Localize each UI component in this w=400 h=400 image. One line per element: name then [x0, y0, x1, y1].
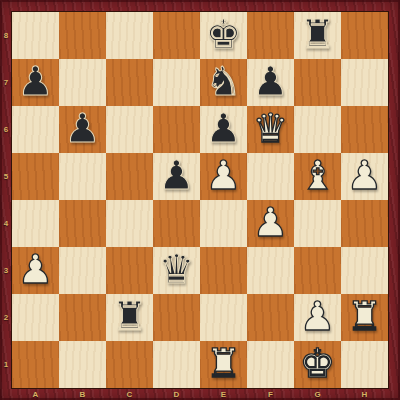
- rank-label-4: 4: [4, 200, 8, 247]
- black-queen-icon[interactable]: ♛: [159, 247, 195, 293]
- black-rook-icon[interactable]: ♜: [300, 12, 336, 58]
- square-g5[interactable]: ♝: [294, 153, 341, 200]
- white-pawn-icon[interactable]: ♟: [300, 294, 336, 340]
- rank-label-2: 2: [4, 294, 8, 341]
- square-g8[interactable]: ♜: [294, 12, 341, 59]
- square-c3[interactable]: [106, 247, 153, 294]
- square-e6[interactable]: ♟: [200, 106, 247, 153]
- rank-label-6: 6: [4, 106, 8, 153]
- file-label-h: H: [341, 390, 388, 399]
- square-d2[interactable]: [153, 294, 200, 341]
- square-d3[interactable]: ♛: [153, 247, 200, 294]
- white-pawn-icon[interactable]: ♟: [206, 153, 242, 199]
- square-d8[interactable]: [153, 12, 200, 59]
- square-c8[interactable]: [106, 12, 153, 59]
- square-a3[interactable]: ♟: [12, 247, 59, 294]
- square-h1[interactable]: [341, 341, 388, 388]
- black-knight-icon[interactable]: ♞: [206, 59, 242, 105]
- file-label-f: F: [247, 390, 294, 399]
- square-f5[interactable]: [247, 153, 294, 200]
- black-pawn-icon[interactable]: ♟: [65, 106, 101, 152]
- white-queen-icon[interactable]: ♛: [253, 106, 289, 152]
- square-c7[interactable]: [106, 59, 153, 106]
- square-a5[interactable]: [12, 153, 59, 200]
- square-h4[interactable]: [341, 200, 388, 247]
- square-f1[interactable]: [247, 341, 294, 388]
- square-e8[interactable]: ♚: [200, 12, 247, 59]
- square-d4[interactable]: [153, 200, 200, 247]
- square-h2[interactable]: ♜: [341, 294, 388, 341]
- black-pawn-icon[interactable]: ♟: [206, 106, 242, 152]
- square-a7[interactable]: ♟: [12, 59, 59, 106]
- file-label-c: C: [106, 390, 153, 399]
- black-pawn-icon[interactable]: ♟: [253, 59, 289, 105]
- file-label-g: G: [294, 390, 341, 399]
- square-d7[interactable]: [153, 59, 200, 106]
- square-b1[interactable]: [59, 341, 106, 388]
- black-king-icon[interactable]: ♚: [206, 12, 242, 58]
- square-h3[interactable]: [341, 247, 388, 294]
- square-b7[interactable]: [59, 59, 106, 106]
- rank-label-8: 8: [4, 12, 8, 59]
- square-d6[interactable]: [153, 106, 200, 153]
- file-label-e: E: [200, 390, 247, 399]
- black-pawn-icon[interactable]: ♟: [159, 153, 195, 199]
- square-b6[interactable]: ♟: [59, 106, 106, 153]
- rank-label-3: 3: [4, 247, 8, 294]
- square-a2[interactable]: [12, 294, 59, 341]
- square-e5[interactable]: ♟: [200, 153, 247, 200]
- square-b2[interactable]: [59, 294, 106, 341]
- square-g6[interactable]: [294, 106, 341, 153]
- square-g7[interactable]: [294, 59, 341, 106]
- chess-board: ♚♜♟♞♟♟♟♛♟♟♝♟♟♟♛♜♟♜♜♚: [12, 12, 388, 388]
- square-f8[interactable]: [247, 12, 294, 59]
- square-c5[interactable]: [106, 153, 153, 200]
- square-h6[interactable]: [341, 106, 388, 153]
- file-label-b: B: [59, 390, 106, 399]
- square-c6[interactable]: [106, 106, 153, 153]
- square-d1[interactable]: [153, 341, 200, 388]
- file-label-d: D: [153, 390, 200, 399]
- square-f7[interactable]: ♟: [247, 59, 294, 106]
- square-e1[interactable]: ♜: [200, 341, 247, 388]
- square-c1[interactable]: [106, 341, 153, 388]
- square-g1[interactable]: ♚: [294, 341, 341, 388]
- square-g3[interactable]: [294, 247, 341, 294]
- square-b8[interactable]: [59, 12, 106, 59]
- rank-labels: 87654321: [0, 12, 12, 388]
- file-label-a: A: [12, 390, 59, 399]
- white-pawn-icon[interactable]: ♟: [18, 247, 54, 293]
- square-f4[interactable]: ♟: [247, 200, 294, 247]
- square-c2[interactable]: ♜: [106, 294, 153, 341]
- square-b3[interactable]: [59, 247, 106, 294]
- file-labels: ABCDEFGH: [12, 388, 388, 400]
- rank-label-1: 1: [4, 341, 8, 388]
- square-f2[interactable]: [247, 294, 294, 341]
- chess-board-frame: 87654321 ABCDEFGH ♚♜♟♞♟♟♟♛♟♟♝♟♟♟♛♜♟♜♜♚: [0, 0, 400, 400]
- square-b4[interactable]: [59, 200, 106, 247]
- square-h7[interactable]: [341, 59, 388, 106]
- square-a8[interactable]: [12, 12, 59, 59]
- square-e3[interactable]: [200, 247, 247, 294]
- black-pawn-icon[interactable]: ♟: [18, 59, 54, 105]
- rank-label-5: 5: [4, 153, 8, 200]
- white-rook-icon[interactable]: ♜: [206, 341, 242, 387]
- white-pawn-icon[interactable]: ♟: [253, 200, 289, 246]
- white-bishop-icon[interactable]: ♝: [300, 153, 336, 199]
- square-h8[interactable]: [341, 12, 388, 59]
- rank-label-7: 7: [4, 59, 8, 106]
- black-rook-icon[interactable]: ♜: [112, 294, 148, 340]
- square-f3[interactable]: [247, 247, 294, 294]
- square-h5[interactable]: ♟: [341, 153, 388, 200]
- square-a1[interactable]: [12, 341, 59, 388]
- square-g2[interactable]: ♟: [294, 294, 341, 341]
- square-f6[interactable]: ♛: [247, 106, 294, 153]
- square-a4[interactable]: [12, 200, 59, 247]
- square-a6[interactable]: [12, 106, 59, 153]
- square-b5[interactable]: [59, 153, 106, 200]
- white-pawn-icon[interactable]: ♟: [347, 153, 383, 199]
- square-d5[interactable]: ♟: [153, 153, 200, 200]
- square-g4[interactable]: [294, 200, 341, 247]
- white-rook-icon[interactable]: ♜: [347, 294, 383, 340]
- square-e4[interactable]: [200, 200, 247, 247]
- square-e2[interactable]: [200, 294, 247, 341]
- square-c4[interactable]: [106, 200, 153, 247]
- white-king-icon[interactable]: ♚: [300, 341, 336, 387]
- square-e7[interactable]: ♞: [200, 59, 247, 106]
